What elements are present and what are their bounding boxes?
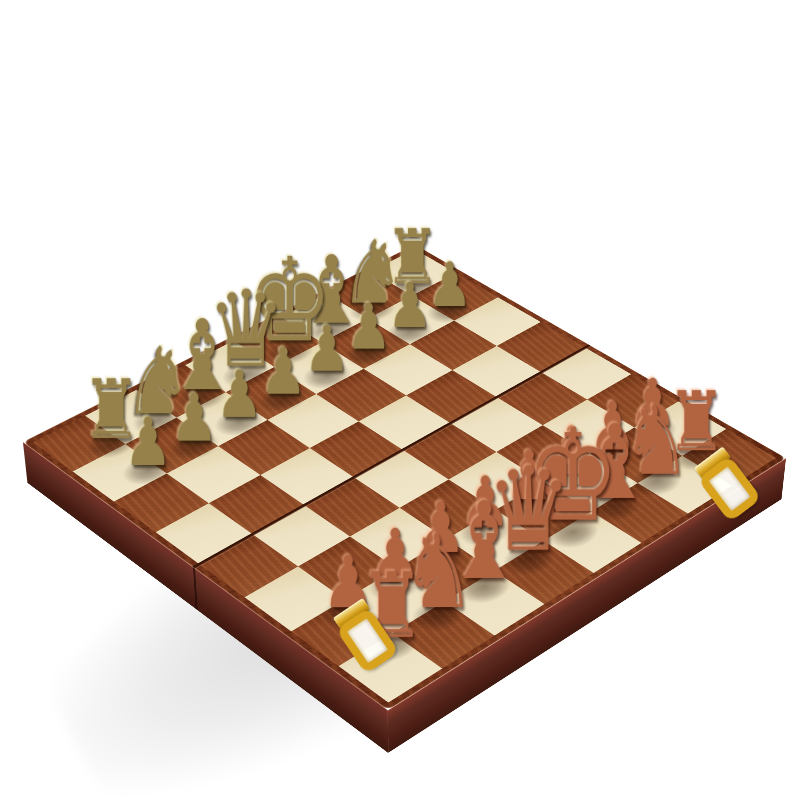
bronze-pawn-glyph: ♟ <box>123 412 172 475</box>
product-photo-scene: ♜♞♝♛♚♝♞♜♟♟♟♟♟♟♟♟♟♟♟♟♟♟♟♟♜♞♝♛♚♝♞♜ <box>0 0 800 800</box>
fold-seam-side <box>193 567 198 610</box>
